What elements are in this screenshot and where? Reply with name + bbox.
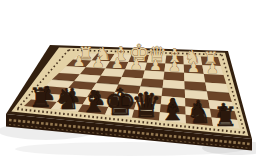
piece-white-pawn-h2: ♟ [73,53,85,69]
piece-black-rook-a8: ♜ [213,101,237,132]
piece-black-knight-g8: ♞ [54,83,79,116]
piece-white-pawn-a2: ♟ [206,60,218,76]
piece-black-knight-b8: ♞ [186,97,211,130]
piece-white-pawn-c2: ♟ [168,58,180,74]
piece-white-pawn-b2: ♟ [187,59,199,75]
piece-white-pawn-f2: ♟ [111,55,123,71]
piece-white-pawn-d2: ♟ [149,57,161,73]
piece-black-queen-d8: ♛ [131,85,162,125]
piece-black-bishop-c8: ♝ [159,92,186,127]
piece-white-pawn-g2: ♟ [92,54,104,70]
chess-set-product-photo: ♜♞♝♚♛♝♞♜♟♟♟♟♟♟♟♟♟♟♟♟♟♟♟♟♜♞♝♚♛♝♞♜ [0,0,256,158]
piece-white-pawn-e2: ♟ [130,56,142,72]
piece-black-rook-h8: ♜ [29,82,53,113]
chess-board: ♜♞♝♚♛♝♞♜♟♟♟♟♟♟♟♟♟♟♟♟♟♟♟♟♜♞♝♚♛♝♞♜ [0,0,256,158]
